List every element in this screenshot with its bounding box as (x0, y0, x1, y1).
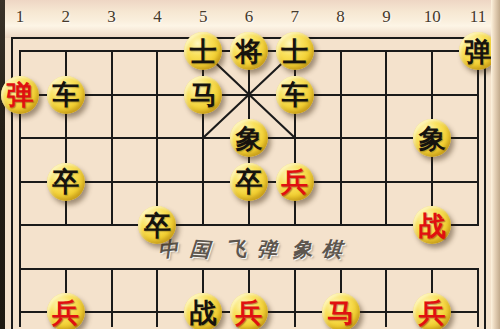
piece-black-battle[interactable]: 战 (184, 293, 222, 329)
piece-black-pawn[interactable]: 卒 (230, 163, 268, 201)
piece-black-horse[interactable]: 马 (184, 76, 222, 114)
piece-black-elephant[interactable]: 象 (413, 119, 451, 157)
piece-red-missile[interactable]: 弹 (1, 76, 39, 114)
piece-red-battle[interactable]: 战 (413, 206, 451, 244)
piece-black-advisor[interactable]: 士 (276, 32, 314, 70)
piece-black-pawn[interactable]: 卒 (138, 206, 176, 244)
piece-black-chariot[interactable]: 车 (276, 76, 314, 114)
piece-black-elephant[interactable]: 象 (230, 119, 268, 157)
xiangqi-board-screen: 1234567891011 中国飞弹象棋 士将士弹弹车马车象象卒卒兵卒战兵战兵马… (0, 0, 500, 329)
piece-red-soldier[interactable]: 兵 (230, 293, 268, 329)
piece-red-soldier[interactable]: 兵 (47, 293, 85, 329)
board-right-bevel (491, 0, 500, 329)
piece-red-soldier[interactable]: 兵 (276, 163, 314, 201)
piece-black-pawn[interactable]: 卒 (47, 163, 85, 201)
piece-red-horse[interactable]: 马 (322, 293, 360, 329)
piece-layer: 士将士弹弹车马车象象卒卒兵卒战兵战兵马兵 (0, 0, 500, 329)
piece-black-chariot[interactable]: 车 (47, 76, 85, 114)
piece-red-soldier[interactable]: 兵 (413, 293, 451, 329)
piece-black-advisor[interactable]: 士 (184, 32, 222, 70)
piece-black-general[interactable]: 将 (230, 32, 268, 70)
